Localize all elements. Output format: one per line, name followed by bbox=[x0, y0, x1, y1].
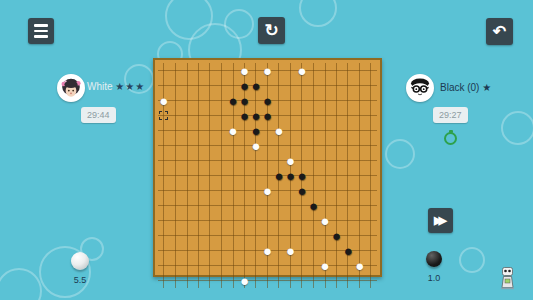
board-intersection-11-5[interactable] bbox=[285, 93, 297, 108]
board-intersection-18-9[interactable] bbox=[365, 153, 377, 168]
board-intersection-5-8[interactable] bbox=[216, 138, 228, 153]
board-intersection-9-3[interactable]: ● bbox=[262, 63, 274, 78]
board-intersection-12-5[interactable] bbox=[296, 93, 308, 108]
board-intersection-4-11[interactable] bbox=[204, 183, 216, 198]
board-intersection-0-8[interactable] bbox=[158, 138, 170, 153]
board-intersection-0-11[interactable] bbox=[158, 183, 170, 198]
board-intersection-5-15[interactable] bbox=[216, 243, 228, 258]
board-intersection-1-17[interactable] bbox=[170, 273, 182, 288]
board-intersection-2-10[interactable] bbox=[181, 168, 193, 183]
board-intersection-16-11[interactable] bbox=[342, 183, 354, 198]
board-intersection-17-16[interactable]: ● bbox=[354, 258, 366, 273]
board-intersection-17-10[interactable] bbox=[354, 168, 366, 183]
board-intersection-12-7[interactable] bbox=[296, 123, 308, 138]
board-intersection-12-17[interactable] bbox=[296, 273, 308, 288]
board-intersection-13-6[interactable] bbox=[308, 108, 320, 123]
board-intersection-0-10[interactable] bbox=[158, 168, 170, 183]
board-intersection-6-10[interactable] bbox=[227, 168, 239, 183]
board-intersection-18-8[interactable] bbox=[365, 138, 377, 153]
board-intersection-2-5[interactable] bbox=[181, 93, 193, 108]
board-intersection-3-9[interactable] bbox=[193, 153, 205, 168]
board-intersection-1-16[interactable] bbox=[170, 258, 182, 273]
board-intersection-13-4[interactable] bbox=[308, 78, 320, 93]
board-intersection-6-13[interactable] bbox=[227, 213, 239, 228]
board-intersection-15-9[interactable] bbox=[331, 153, 343, 168]
board-intersection-12-10[interactable]: ● bbox=[296, 168, 308, 183]
board-intersection-18-16[interactable] bbox=[365, 258, 377, 273]
board-intersection-11-14[interactable] bbox=[285, 228, 297, 243]
board-intersection-13-5[interactable] bbox=[308, 93, 320, 108]
board-intersection-0-12[interactable] bbox=[158, 198, 170, 213]
board-intersection-12-14[interactable] bbox=[296, 228, 308, 243]
board-intersection-3-5[interactable] bbox=[193, 93, 205, 108]
board-intersection-6-15[interactable] bbox=[227, 243, 239, 258]
board-intersection-2-4[interactable] bbox=[181, 78, 193, 93]
board-intersection-11-4[interactable] bbox=[285, 78, 297, 93]
board-intersection-9-7[interactable] bbox=[262, 123, 274, 138]
board-intersection-16-15[interactable]: ● bbox=[342, 243, 354, 258]
board-intersection-1-4[interactable] bbox=[170, 78, 182, 93]
board-intersection-0-13[interactable] bbox=[158, 213, 170, 228]
board-intersection-14-11[interactable] bbox=[319, 183, 331, 198]
board-intersection-3-6[interactable] bbox=[193, 108, 205, 123]
board-intersection-15-4[interactable] bbox=[331, 78, 343, 93]
board-intersection-7-13[interactable] bbox=[239, 213, 251, 228]
board-intersection-4-5[interactable] bbox=[204, 93, 216, 108]
board-intersection-10-6[interactable] bbox=[273, 108, 285, 123]
board-intersection-17-13[interactable] bbox=[354, 213, 366, 228]
white-stone: ● bbox=[263, 63, 272, 78]
board-intersection-18-11[interactable] bbox=[365, 183, 377, 198]
board-intersection-8-4[interactable]: ● bbox=[250, 78, 262, 93]
board-intersection-14-9[interactable] bbox=[319, 153, 331, 168]
fast-forward-button[interactable]: ▶▶ bbox=[428, 208, 453, 233]
board-intersection-13-7[interactable] bbox=[308, 123, 320, 138]
board-intersection-0-17[interactable] bbox=[158, 273, 170, 288]
board-intersection-5-17[interactable] bbox=[216, 273, 228, 288]
board-intersection-4-7[interactable] bbox=[204, 123, 216, 138]
board-intersection-10-14[interactable] bbox=[273, 228, 285, 243]
board-intersection-6-6[interactable] bbox=[227, 108, 239, 123]
board-intersection-10-8[interactable] bbox=[273, 138, 285, 153]
board-intersection-11-10[interactable]: ● bbox=[285, 168, 297, 183]
board-intersection-15-12[interactable] bbox=[331, 198, 343, 213]
board-intersection-13-16[interactable] bbox=[308, 258, 320, 273]
board-intersection-12-9[interactable] bbox=[296, 153, 308, 168]
white-stone: ● bbox=[298, 63, 307, 78]
board-intersection-2-12[interactable] bbox=[181, 198, 193, 213]
board-intersection-5-5[interactable] bbox=[216, 93, 228, 108]
board-intersection-17-3[interactable] bbox=[354, 63, 366, 78]
board-intersection-8-3[interactable] bbox=[250, 63, 262, 78]
board-intersection-14-6[interactable] bbox=[319, 108, 331, 123]
board-intersection-12-6[interactable] bbox=[296, 108, 308, 123]
board-intersection-7-6[interactable]: ● bbox=[239, 108, 251, 123]
board-intersection-4-17[interactable] bbox=[204, 273, 216, 288]
board-intersection-9-12[interactable] bbox=[262, 198, 274, 213]
board-intersection-14-10[interactable] bbox=[319, 168, 331, 183]
board-intersection-14-8[interactable] bbox=[319, 138, 331, 153]
board-intersection-1-8[interactable] bbox=[170, 138, 182, 153]
board-intersection-1-10[interactable] bbox=[170, 168, 182, 183]
board-intersection-5-4[interactable] bbox=[216, 78, 228, 93]
board-intersection-0-16[interactable] bbox=[158, 258, 170, 273]
board-intersection-16-13[interactable] bbox=[342, 213, 354, 228]
white-stone: ● bbox=[286, 153, 295, 168]
board-intersection-2-11[interactable] bbox=[181, 183, 193, 198]
board-intersection-1-9[interactable] bbox=[170, 153, 182, 168]
board-intersection-14-12[interactable] bbox=[319, 198, 331, 213]
board-intersection-6-4[interactable] bbox=[227, 78, 239, 93]
board-intersection-5-3[interactable] bbox=[216, 63, 228, 78]
board-intersection-12-4[interactable] bbox=[296, 78, 308, 93]
board-intersection-15-15[interactable] bbox=[331, 243, 343, 258]
board-intersection-3-4[interactable] bbox=[193, 78, 205, 93]
board-intersection-16-9[interactable] bbox=[342, 153, 354, 168]
board-intersection-17-15[interactable] bbox=[354, 243, 366, 258]
board-intersection-16-6[interactable] bbox=[342, 108, 354, 123]
board-intersection-9-16[interactable] bbox=[262, 258, 274, 273]
board-intersection-3-8[interactable] bbox=[193, 138, 205, 153]
board-intersection-6-8[interactable] bbox=[227, 138, 239, 153]
board-intersection-6-17[interactable] bbox=[227, 273, 239, 288]
board-intersection-10-17[interactable] bbox=[273, 273, 285, 288]
board-intersection-1-5[interactable] bbox=[170, 93, 182, 108]
board-intersection-0-15[interactable] bbox=[158, 243, 170, 258]
undo-button[interactable]: ↶ bbox=[486, 18, 513, 45]
board-intersection-10-13[interactable] bbox=[273, 213, 285, 228]
board-intersection-4-6[interactable] bbox=[204, 108, 216, 123]
white-stone: ● bbox=[159, 93, 168, 108]
board-intersection-7-16[interactable] bbox=[239, 258, 251, 273]
board-intersection-8-13[interactable] bbox=[250, 213, 262, 228]
board-intersection-17-11[interactable] bbox=[354, 183, 366, 198]
board-intersection-8-7[interactable]: ● bbox=[250, 123, 262, 138]
board-intersection-8-9[interactable] bbox=[250, 153, 262, 168]
board-intersection-5-16[interactable] bbox=[216, 258, 228, 273]
board-intersection-8-8[interactable]: ● bbox=[250, 138, 262, 153]
board-intersection-13-11[interactable] bbox=[308, 183, 320, 198]
board-intersection-10-11[interactable] bbox=[273, 183, 285, 198]
board-intersection-16-7[interactable] bbox=[342, 123, 354, 138]
board-intersection-1-11[interactable] bbox=[170, 183, 182, 198]
board-intersection-14-5[interactable] bbox=[319, 93, 331, 108]
board-intersection-15-6[interactable] bbox=[331, 108, 343, 123]
board-intersection-11-11[interactable] bbox=[285, 183, 297, 198]
board-intersection-0-5[interactable]: ● bbox=[158, 93, 170, 108]
black-stone: ● bbox=[263, 93, 272, 108]
board-intersection-15-13[interactable] bbox=[331, 213, 343, 228]
white-stone: ● bbox=[286, 243, 295, 258]
undo-arrow-icon: ↶ bbox=[493, 24, 506, 40]
board-intersection-17-7[interactable] bbox=[354, 123, 366, 138]
board-intersection-1-13[interactable] bbox=[170, 213, 182, 228]
board-intersection-16-12[interactable] bbox=[342, 198, 354, 213]
board-intersection-11-8[interactable] bbox=[285, 138, 297, 153]
board-intersection-13-15[interactable] bbox=[308, 243, 320, 258]
board-intersection-7-8[interactable] bbox=[239, 138, 251, 153]
board-intersection-3-7[interactable] bbox=[193, 123, 205, 138]
board-intersection-8-14[interactable] bbox=[250, 228, 262, 243]
board-intersection-14-7[interactable] bbox=[319, 123, 331, 138]
board-intersection-2-3[interactable] bbox=[181, 63, 193, 78]
board-intersection-9-10[interactable] bbox=[262, 168, 274, 183]
board-intersection-4-3[interactable] bbox=[204, 63, 216, 78]
board-intersection-0-4[interactable] bbox=[158, 78, 170, 93]
board-intersection-7-9[interactable] bbox=[239, 153, 251, 168]
board-intersection-16-17[interactable] bbox=[342, 273, 354, 288]
board-intersection-1-15[interactable] bbox=[170, 243, 182, 258]
board-intersection-13-8[interactable] bbox=[308, 138, 320, 153]
board-intersection-16-10[interactable] bbox=[342, 168, 354, 183]
board-intersection-6-7[interactable]: ● bbox=[227, 123, 239, 138]
board-intersection-2-6[interactable] bbox=[181, 108, 193, 123]
board-intersection-7-17[interactable]: ● bbox=[239, 273, 251, 288]
board-intersection-18-13[interactable] bbox=[365, 213, 377, 228]
board-intersection-13-10[interactable] bbox=[308, 168, 320, 183]
board-intersection-9-8[interactable] bbox=[262, 138, 274, 153]
board-intersection-13-13[interactable] bbox=[308, 213, 320, 228]
board-intersection-12-8[interactable] bbox=[296, 138, 308, 153]
board-intersection-10-16[interactable] bbox=[273, 258, 285, 273]
board-intersection-5-7[interactable] bbox=[216, 123, 228, 138]
board-intersection-17-12[interactable] bbox=[354, 198, 366, 213]
board-intersection-5-13[interactable] bbox=[216, 213, 228, 228]
board-intersection-3-15[interactable] bbox=[193, 243, 205, 258]
board-intersection-6-16[interactable] bbox=[227, 258, 239, 273]
board-intersection-4-14[interactable] bbox=[204, 228, 216, 243]
board-intersection-4-10[interactable] bbox=[204, 168, 216, 183]
board-intersection-9-9[interactable] bbox=[262, 153, 274, 168]
board-intersection-18-3[interactable] bbox=[365, 63, 377, 78]
board-intersection-7-15[interactable] bbox=[239, 243, 251, 258]
board-intersection-0-9[interactable] bbox=[158, 153, 170, 168]
board-intersection-2-14[interactable] bbox=[181, 228, 193, 243]
board-intersection-2-15[interactable] bbox=[181, 243, 193, 258]
board-intersection-11-17[interactable] bbox=[285, 273, 297, 288]
board-intersection-18-12[interactable] bbox=[365, 198, 377, 213]
board-intersection-16-4[interactable] bbox=[342, 78, 354, 93]
board-intersection-7-11[interactable] bbox=[239, 183, 251, 198]
board-intersection-8-16[interactable] bbox=[250, 258, 262, 273]
board-intersection-11-16[interactable] bbox=[285, 258, 297, 273]
board-intersection-9-5[interactable]: ● bbox=[262, 93, 274, 108]
board-intersection-12-3[interactable]: ● bbox=[296, 63, 308, 78]
board-intersection-17-14[interactable] bbox=[354, 228, 366, 243]
board-intersection-16-3[interactable] bbox=[342, 63, 354, 78]
board-intersection-1-12[interactable] bbox=[170, 198, 182, 213]
board-intersection-2-13[interactable] bbox=[181, 213, 193, 228]
board-intersection-9-11[interactable]: ● bbox=[262, 183, 274, 198]
board-intersection-14-14[interactable] bbox=[319, 228, 331, 243]
board-intersection-2-16[interactable] bbox=[181, 258, 193, 273]
board-intersection-11-12[interactable] bbox=[285, 198, 297, 213]
board-intersection-9-15[interactable]: ● bbox=[262, 243, 274, 258]
board-intersection-0-3[interactable] bbox=[158, 63, 170, 78]
board-intersection-1-6[interactable] bbox=[170, 108, 182, 123]
board-intersection-14-17[interactable] bbox=[319, 273, 331, 288]
black-stone: ● bbox=[228, 93, 237, 108]
board-intersection-11-6[interactable] bbox=[285, 108, 297, 123]
board-intersection-7-12[interactable] bbox=[239, 198, 251, 213]
board-intersection-18-15[interactable] bbox=[365, 243, 377, 258]
board-intersection-5-11[interactable] bbox=[216, 183, 228, 198]
board-intersection-3-17[interactable] bbox=[193, 273, 205, 288]
board-intersection-5-10[interactable] bbox=[216, 168, 228, 183]
board-intersection-17-17[interactable] bbox=[354, 273, 366, 288]
board-intersection-14-3[interactable] bbox=[319, 63, 331, 78]
board-intersection-2-8[interactable] bbox=[181, 138, 193, 153]
board-intersection-14-15[interactable] bbox=[319, 243, 331, 258]
board-intersection-5-14[interactable] bbox=[216, 228, 228, 243]
board-intersection-10-3[interactable] bbox=[273, 63, 285, 78]
board-intersection-2-17[interactable] bbox=[181, 273, 193, 288]
board-intersection-4-15[interactable] bbox=[204, 243, 216, 258]
board-intersection-11-7[interactable] bbox=[285, 123, 297, 138]
board-intersection-15-11[interactable] bbox=[331, 183, 343, 198]
board-intersection-7-5[interactable]: ● bbox=[239, 93, 251, 108]
board-intersection-0-6[interactable] bbox=[158, 108, 170, 123]
board-intersection-15-3[interactable] bbox=[331, 63, 343, 78]
board-intersection-18-7[interactable] bbox=[365, 123, 377, 138]
board-intersection-0-7[interactable] bbox=[158, 123, 170, 138]
restart-button[interactable]: ↻ bbox=[258, 17, 285, 44]
board-intersection-3-3[interactable] bbox=[193, 63, 205, 78]
board-intersection-3-12[interactable] bbox=[193, 198, 205, 213]
board-intersection-1-7[interactable] bbox=[170, 123, 182, 138]
board-intersection-9-6[interactable]: ● bbox=[262, 108, 274, 123]
board-intersection-10-5[interactable] bbox=[273, 93, 285, 108]
board-intersection-17-9[interactable] bbox=[354, 153, 366, 168]
board-intersection-3-16[interactable] bbox=[193, 258, 205, 273]
board-intersection-12-12[interactable] bbox=[296, 198, 308, 213]
white-stone: ● bbox=[228, 123, 237, 138]
board-intersection-9-17[interactable] bbox=[262, 273, 274, 288]
menu-button[interactable] bbox=[28, 18, 54, 44]
board-intersection-14-16[interactable]: ● bbox=[319, 258, 331, 273]
board-intersection-7-4[interactable]: ● bbox=[239, 78, 251, 93]
board-intersection-13-12[interactable]: ● bbox=[308, 198, 320, 213]
board-intersection-12-13[interactable] bbox=[296, 213, 308, 228]
board-intersection-13-17[interactable] bbox=[308, 273, 320, 288]
board-intersection-6-5[interactable]: ● bbox=[227, 93, 239, 108]
board-intersection-18-6[interactable] bbox=[365, 108, 377, 123]
board-intersection-8-11[interactable] bbox=[250, 183, 262, 198]
board-intersection-18-17[interactable] bbox=[365, 273, 377, 288]
board-intersection-4-8[interactable] bbox=[204, 138, 216, 153]
board-intersection-16-14[interactable] bbox=[342, 228, 354, 243]
board-intersection-11-15[interactable]: ● bbox=[285, 243, 297, 258]
board-intersection-1-14[interactable] bbox=[170, 228, 182, 243]
board-intersection-4-16[interactable] bbox=[204, 258, 216, 273]
board-intersection-3-13[interactable] bbox=[193, 213, 205, 228]
board-intersection-0-14[interactable] bbox=[158, 228, 170, 243]
board-intersection-16-16[interactable] bbox=[342, 258, 354, 273]
board-intersection-18-10[interactable] bbox=[365, 168, 377, 183]
board-intersection-9-13[interactable] bbox=[262, 213, 274, 228]
board-intersection-6-3[interactable] bbox=[227, 63, 239, 78]
board-intersection-7-14[interactable] bbox=[239, 228, 251, 243]
board-intersection-8-6[interactable]: ● bbox=[250, 108, 262, 123]
board-intersection-18-4[interactable] bbox=[365, 78, 377, 93]
board-intersection-9-14[interactable] bbox=[262, 228, 274, 243]
board-intersection-8-10[interactable] bbox=[250, 168, 262, 183]
board-intersection-7-3[interactable]: ● bbox=[239, 63, 251, 78]
board-intersection-8-5[interactable] bbox=[250, 93, 262, 108]
black-stone: ● bbox=[251, 108, 260, 123]
board-intersection-4-4[interactable] bbox=[204, 78, 216, 93]
board-intersection-12-15[interactable] bbox=[296, 243, 308, 258]
board-intersection-13-3[interactable] bbox=[308, 63, 320, 78]
board-intersection-7-10[interactable] bbox=[239, 168, 251, 183]
board-intersection-12-11[interactable]: ● bbox=[296, 183, 308, 198]
board-intersection-11-3[interactable] bbox=[285, 63, 297, 78]
board-intersection-15-5[interactable] bbox=[331, 93, 343, 108]
board-intersection-6-9[interactable] bbox=[227, 153, 239, 168]
board-intersection-14-4[interactable] bbox=[319, 78, 331, 93]
white-clock: 29:44 bbox=[81, 107, 116, 123]
board-intersection-5-6[interactable] bbox=[216, 108, 228, 123]
board-intersection-4-13[interactable] bbox=[204, 213, 216, 228]
board-intersection-3-11[interactable] bbox=[193, 183, 205, 198]
board-intersection-8-12[interactable] bbox=[250, 198, 262, 213]
board-intersection-11-13[interactable] bbox=[285, 213, 297, 228]
board-intersection-16-5[interactable] bbox=[342, 93, 354, 108]
board-intersection-15-10[interactable] bbox=[331, 168, 343, 183]
board-intersection-12-16[interactable] bbox=[296, 258, 308, 273]
board-intersection-3-10[interactable] bbox=[193, 168, 205, 183]
board-intersection-2-7[interactable] bbox=[181, 123, 193, 138]
board-intersection-10-10[interactable]: ● bbox=[273, 168, 285, 183]
board-intersection-15-16[interactable] bbox=[331, 258, 343, 273]
board-intersection-4-9[interactable] bbox=[204, 153, 216, 168]
board-intersection-15-7[interactable] bbox=[331, 123, 343, 138]
board-intersection-6-14[interactable] bbox=[227, 228, 239, 243]
board-intersection-10-4[interactable] bbox=[273, 78, 285, 93]
board-intersection-17-6[interactable] bbox=[354, 108, 366, 123]
board-intersection-3-14[interactable] bbox=[193, 228, 205, 243]
board-intersection-1-3[interactable] bbox=[170, 63, 182, 78]
board-intersection-16-8[interactable] bbox=[342, 138, 354, 153]
board-intersection-10-7[interactable]: ● bbox=[273, 123, 285, 138]
board-intersection-6-11[interactable] bbox=[227, 183, 239, 198]
board-intersection-10-12[interactable] bbox=[273, 198, 285, 213]
board-intersection-14-13[interactable]: ● bbox=[319, 213, 331, 228]
board-intersection-6-12[interactable] bbox=[227, 198, 239, 213]
board-intersection-8-17[interactable] bbox=[250, 273, 262, 288]
board-intersection-7-7[interactable] bbox=[239, 123, 251, 138]
board-intersection-5-9[interactable] bbox=[216, 153, 228, 168]
board-intersection-17-8[interactable] bbox=[354, 138, 366, 153]
board-intersection-18-14[interactable] bbox=[365, 228, 377, 243]
board-intersection-5-12[interactable] bbox=[216, 198, 228, 213]
board-intersection-10-9[interactable] bbox=[273, 153, 285, 168]
board-intersection-8-15[interactable] bbox=[250, 243, 262, 258]
board-intersection-9-4[interactable] bbox=[262, 78, 274, 93]
board-intersection-11-9[interactable]: ● bbox=[285, 153, 297, 168]
board-intersection-18-5[interactable] bbox=[365, 93, 377, 108]
board-intersection-13-9[interactable] bbox=[308, 153, 320, 168]
board-intersection-15-14[interactable]: ● bbox=[331, 228, 343, 243]
board-intersection-17-4[interactable] bbox=[354, 78, 366, 93]
board-intersection-15-8[interactable] bbox=[331, 138, 343, 153]
board-intersection-2-9[interactable] bbox=[181, 153, 193, 168]
board-intersection-15-17[interactable] bbox=[331, 273, 343, 288]
board-intersection-4-12[interactable] bbox=[204, 198, 216, 213]
board-intersection-13-14[interactable] bbox=[308, 228, 320, 243]
board-intersection-10-15[interactable] bbox=[273, 243, 285, 258]
board-intersection-17-5[interactable] bbox=[354, 93, 366, 108]
